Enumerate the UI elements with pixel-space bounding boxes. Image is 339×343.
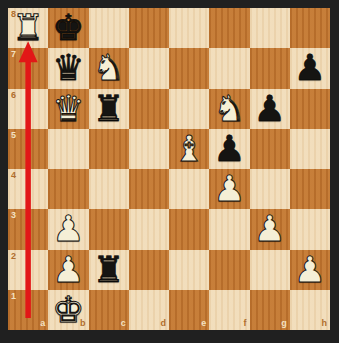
white-pawn-icon[interactable]: ♟ — [294, 252, 326, 288]
square-c7[interactable]: ♞ — [89, 48, 129, 88]
square-a8[interactable]: 8♜ — [8, 8, 48, 48]
square-b6[interactable]: ♛ — [48, 89, 88, 129]
square-a7[interactable]: 7 — [8, 48, 48, 88]
square-b2[interactable]: ♟ — [48, 250, 88, 290]
file-label-g: g — [281, 319, 287, 328]
white-rook-icon[interactable]: ♜ — [12, 10, 44, 46]
square-h6[interactable] — [290, 89, 330, 129]
black-rook-icon[interactable]: ♜ — [92, 252, 124, 288]
square-b5[interactable] — [48, 129, 88, 169]
square-c8[interactable] — [89, 8, 129, 48]
square-c6[interactable]: ♜ — [89, 89, 129, 129]
square-b8[interactable]: ♚ — [48, 8, 88, 48]
square-c4[interactable] — [89, 169, 129, 209]
chess-app-window: 8♜♚7♛♞♟6♛♜♞♟5♝♟4♟3♟♟2♟♜♟1ab♚cdefgh — [0, 0, 339, 343]
square-b1[interactable]: b♚ — [48, 290, 88, 330]
square-a2[interactable]: 2 — [8, 250, 48, 290]
black-pawn-icon[interactable]: ♟ — [294, 50, 326, 86]
square-g4[interactable] — [250, 169, 290, 209]
square-f4[interactable]: ♟ — [209, 169, 249, 209]
square-f8[interactable] — [209, 8, 249, 48]
white-queen-icon[interactable]: ♛ — [52, 91, 84, 127]
rank-label-4: 4 — [11, 171, 16, 180]
square-h1[interactable]: h — [290, 290, 330, 330]
file-label-e: e — [201, 319, 206, 328]
square-e6[interactable] — [169, 89, 209, 129]
white-bishop-icon[interactable]: ♝ — [173, 131, 205, 167]
square-g3[interactable]: ♟ — [250, 209, 290, 249]
white-knight-icon[interactable]: ♞ — [92, 50, 124, 86]
square-f7[interactable] — [209, 48, 249, 88]
file-label-c: c — [121, 319, 126, 328]
square-d2[interactable] — [129, 250, 169, 290]
square-g7[interactable] — [250, 48, 290, 88]
square-g8[interactable] — [250, 8, 290, 48]
square-e5[interactable]: ♝ — [169, 129, 209, 169]
square-a5[interactable]: 5 — [8, 129, 48, 169]
square-b4[interactable] — [48, 169, 88, 209]
square-f1[interactable]: f — [209, 290, 249, 330]
square-c1[interactable]: c — [89, 290, 129, 330]
rank-label-6: 6 — [11, 91, 16, 100]
square-g1[interactable]: g — [250, 290, 290, 330]
square-h2[interactable]: ♟ — [290, 250, 330, 290]
square-g2[interactable] — [250, 250, 290, 290]
square-f6[interactable]: ♞ — [209, 89, 249, 129]
rank-label-3: 3 — [11, 211, 16, 220]
black-pawn-icon[interactable]: ♟ — [253, 91, 285, 127]
white-pawn-icon[interactable]: ♟ — [52, 211, 84, 247]
square-d6[interactable] — [129, 89, 169, 129]
white-pawn-icon[interactable]: ♟ — [213, 171, 245, 207]
square-d1[interactable]: d — [129, 290, 169, 330]
square-c5[interactable] — [89, 129, 129, 169]
square-f2[interactable] — [209, 250, 249, 290]
square-e4[interactable] — [169, 169, 209, 209]
square-f5[interactable]: ♟ — [209, 129, 249, 169]
white-knight-icon[interactable]: ♞ — [213, 91, 245, 127]
rank-label-7: 7 — [11, 50, 16, 59]
square-e7[interactable] — [169, 48, 209, 88]
square-d4[interactable] — [129, 169, 169, 209]
square-c2[interactable]: ♜ — [89, 250, 129, 290]
square-d8[interactable] — [129, 8, 169, 48]
square-c3[interactable] — [89, 209, 129, 249]
square-a3[interactable]: 3 — [8, 209, 48, 249]
square-e2[interactable] — [169, 250, 209, 290]
square-a4[interactable]: 4 — [8, 169, 48, 209]
rank-label-2: 2 — [11, 252, 16, 261]
square-h3[interactable] — [290, 209, 330, 249]
square-f3[interactable] — [209, 209, 249, 249]
square-d5[interactable] — [129, 129, 169, 169]
chess-board: 8♜♚7♛♞♟6♛♜♞♟5♝♟4♟3♟♟2♟♜♟1ab♚cdefgh — [8, 8, 330, 330]
file-label-d: d — [161, 319, 167, 328]
square-e1[interactable]: e — [169, 290, 209, 330]
square-d7[interactable] — [129, 48, 169, 88]
square-h5[interactable] — [290, 129, 330, 169]
file-label-a: a — [40, 319, 45, 328]
file-label-f: f — [244, 319, 247, 328]
white-pawn-icon[interactable]: ♟ — [253, 211, 285, 247]
white-king-icon[interactable]: ♚ — [52, 292, 84, 328]
black-pawn-icon[interactable]: ♟ — [213, 131, 245, 167]
square-e8[interactable] — [169, 8, 209, 48]
square-e3[interactable] — [169, 209, 209, 249]
square-a6[interactable]: 6 — [8, 89, 48, 129]
rank-label-1: 1 — [11, 292, 16, 301]
black-rook-icon[interactable]: ♜ — [92, 91, 124, 127]
square-h7[interactable]: ♟ — [290, 48, 330, 88]
white-pawn-icon[interactable]: ♟ — [52, 252, 84, 288]
square-g5[interactable] — [250, 129, 290, 169]
square-b3[interactable]: ♟ — [48, 209, 88, 249]
square-g6[interactable]: ♟ — [250, 89, 290, 129]
square-a1[interactable]: 1a — [8, 290, 48, 330]
file-label-h: h — [322, 319, 328, 328]
black-queen-icon[interactable]: ♛ — [52, 50, 84, 86]
black-king-icon[interactable]: ♚ — [52, 10, 84, 46]
rank-label-5: 5 — [11, 131, 16, 140]
square-b7[interactable]: ♛ — [48, 48, 88, 88]
square-d3[interactable] — [129, 209, 169, 249]
square-h4[interactable] — [290, 169, 330, 209]
square-h8[interactable] — [290, 8, 330, 48]
